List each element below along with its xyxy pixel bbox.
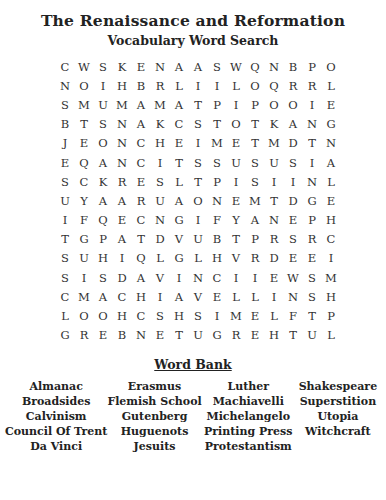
grid-cell[interactable]: R [227,326,246,345]
grid-cell[interactable]: R [303,230,322,249]
word-bank-item: Witchcraft [295,424,381,439]
grid-cell[interactable]: G [75,230,94,249]
grid-cell[interactable]: L [151,249,170,268]
grid-cell[interactable]: J [56,134,75,153]
grid-cell[interactable]: I [303,95,322,114]
word-bank-column: ErasmusFlemish SchoolGutenbergHuguenotsJ… [107,379,201,454]
grid-cell[interactable]: P [246,230,265,249]
grid-cell[interactable]: M [75,287,94,306]
grid-cell[interactable]: R [132,191,151,210]
grid-cell[interactable]: L [56,306,75,325]
grid-cell[interactable]: T [265,191,284,210]
grid-cell[interactable]: A [113,230,132,249]
grid-cell[interactable]: E [113,211,132,230]
grid-cell[interactable]: H [113,76,132,95]
grid-cell[interactable]: P [246,95,265,114]
grid-cell[interactable]: H [322,211,341,230]
grid-cell[interactable]: A [132,115,151,134]
grid-cell[interactable]: R [303,76,322,95]
grid-cell[interactable]: E [303,249,322,268]
grid-cell[interactable]: R [113,172,132,191]
grid-cell[interactable]: B [132,76,151,95]
grid-cell[interactable]: I [151,287,170,306]
word-bank-item: Gutenberg [107,409,201,424]
grid-cell[interactable]: P [303,57,322,76]
grid-cell[interactable]: H [170,306,189,325]
grid-cell[interactable]: N [113,134,132,153]
grid-cell[interactable]: T [75,115,94,134]
grid-cell[interactable]: T [246,134,265,153]
grid-cell[interactable]: U [227,153,246,172]
grid-cell[interactable]: L [170,172,189,191]
grid-cell[interactable]: S [189,153,208,172]
grid-cell[interactable]: S [94,57,113,76]
grid-cell[interactable]: I [303,153,322,172]
grid-cell[interactable]: E [94,326,113,345]
grid-cell[interactable]: S [189,306,208,325]
word-bank-item: Protestantism [202,439,295,454]
grid-cell[interactable]: N [322,134,341,153]
grid-cell[interactable]: V [170,230,189,249]
grid-cell[interactable]: T [246,115,265,134]
grid-cell[interactable]: C [56,57,75,76]
grid-cell[interactable]: L [170,76,189,95]
grid-cell[interactable]: Y [227,211,246,230]
grid-cell[interactable]: M [151,95,170,114]
word-bank-item: Superstition [295,394,381,409]
grid-cell[interactable]: L [227,76,246,95]
grid-cell[interactable]: N [208,191,227,210]
grid-cell[interactable]: C [75,172,94,191]
grid-cell[interactable]: C [56,287,75,306]
grid-cell[interactable]: R [265,230,284,249]
grid-cell[interactable]: V [151,268,170,287]
grid-cell[interactable]: I [75,268,94,287]
grid-cell[interactable]: W [227,57,246,76]
grid-cell[interactable]: F [284,306,303,325]
grid-cell[interactable]: P [208,95,227,114]
grid-cell[interactable]: B [56,115,75,134]
page-subtitle: Vocabulary Word Search [0,33,386,48]
grid-cell[interactable]: A [94,191,113,210]
grid-cell[interactable]: T [170,326,189,345]
grid-cell[interactable]: S [56,249,75,268]
grid-cell[interactable]: T [303,306,322,325]
word-bank-item: Utopia [295,409,381,424]
grid-cell[interactable]: O [75,306,94,325]
grid-cell[interactable]: N [265,211,284,230]
grid-cell[interactable]: S [94,115,113,134]
grid-cell[interactable]: S [151,172,170,191]
grid-cell[interactable]: N [113,115,132,134]
grid-cell[interactable]: I [208,306,227,325]
grid-cell[interactable]: N [265,57,284,76]
grid-cell[interactable]: E [322,95,341,114]
word-bank-item: Jesuits [107,439,201,454]
grid-cell[interactable]: V [227,249,246,268]
grid-cell[interactable]: I [265,172,284,191]
grid-cell[interactable]: E [284,249,303,268]
grid-cell[interactable]: B [284,57,303,76]
grid-cell[interactable]: C [132,306,151,325]
grid-cell[interactable]: S [94,268,113,287]
grid-cell[interactable]: O [227,115,246,134]
grid-cell[interactable]: D [113,268,132,287]
grid-cell[interactable]: W [75,57,94,76]
grid-cell[interactable]: E [227,134,246,153]
grid-cell[interactable]: M [265,134,284,153]
grid-cell[interactable]: A [170,191,189,210]
grid-cell[interactable]: I [227,268,246,287]
grid-cell[interactable]: H [265,326,284,345]
grid-cell[interactable]: N [56,76,75,95]
grid-cell[interactable]: E [265,268,284,287]
grid-cell[interactable]: I [170,268,189,287]
grid-cell[interactable]: C [170,115,189,134]
grid-cell[interactable]: A [246,211,265,230]
grid-cell[interactable]: C [113,287,132,306]
grid-cell[interactable]: U [189,230,208,249]
grid-cell[interactable]: E [227,191,246,210]
grid-cell[interactable]: R [284,76,303,95]
grid-cell[interactable]: I [94,76,113,95]
word-bank-item: Luther [202,379,295,394]
word-bank-column: LutherMachiavelliMichelangeloPrinting Pr… [202,379,295,454]
grid-cell[interactable]: D [265,249,284,268]
grid-cell[interactable]: L [189,249,208,268]
grid-cell[interactable]: Q [246,57,265,76]
grid-cell[interactable]: E [246,306,265,325]
grid-cell[interactable]: N [189,268,208,287]
grid-cell[interactable]: C [132,211,151,230]
grid-cell[interactable]: C [322,230,341,249]
grid-cell[interactable]: S [303,287,322,306]
word-bank-item: Da Vinci [5,439,107,454]
grid-cell[interactable]: S [208,153,227,172]
grid-cell[interactable]: N [151,211,170,230]
grid-cell[interactable]: I [189,211,208,230]
grid-cell[interactable]: O [189,191,208,210]
grid-cell[interactable]: B [208,230,227,249]
grid-cell[interactable]: I [322,249,341,268]
grid-cell[interactable]: N [303,172,322,191]
grid-cell[interactable]: M [75,95,94,114]
grid-cell[interactable]: Q [132,249,151,268]
grid-cell[interactable]: O [75,76,94,95]
grid-cell[interactable]: T [132,230,151,249]
word-bank-item: Shakespeare [295,379,381,394]
word-bank-item: Erasmus [107,379,201,394]
grid-cell[interactable]: T [189,95,208,114]
word-bank-item: Michelangelo [202,409,295,424]
grid-cell[interactable]: U [151,191,170,210]
grid-cell[interactable]: O [246,76,265,95]
grid-cell[interactable]: P [94,230,113,249]
grid-cell[interactable]: I [113,249,132,268]
word-bank-item: Calvinism [5,409,107,424]
grid-cell[interactable]: A [94,153,113,172]
grid-cell[interactable]: M [227,306,246,325]
word-bank-item: Flemish School [107,394,201,409]
grid-cell[interactable]: F [208,211,227,230]
word-bank-column: AlmanacBroadsidesCalvinismCouncil Of Tre… [5,379,107,454]
grid-cell[interactable]: O [94,306,113,325]
word-bank: AlmanacBroadsidesCalvinismCouncil Of Tre… [5,379,381,454]
grid-cell[interactable]: N [132,326,151,345]
grid-cell[interactable]: S [56,268,75,287]
grid-cell[interactable]: I [227,95,246,114]
grid-cell[interactable]: U [94,95,113,114]
grid-cell[interactable]: H [151,134,170,153]
grid-cell[interactable]: Q [265,76,284,95]
grid-cell[interactable]: I [246,268,265,287]
grid-cell[interactable]: S [246,153,265,172]
grid-cell[interactable]: K [113,57,132,76]
word-bank-heading: Word Bank [0,357,386,372]
grid-cell[interactable]: O [284,95,303,114]
grid-cell[interactable]: U [56,191,75,210]
grid-cell[interactable]: T [56,230,75,249]
grid-cell[interactable]: O [265,95,284,114]
grid-cell[interactable]: M [246,191,265,210]
grid-cell[interactable]: A [284,115,303,134]
grid-cell[interactable]: Y [75,191,94,210]
grid-cell[interactable]: O [94,134,113,153]
grid-cell[interactable]: I [151,153,170,172]
grid-cell[interactable]: S [284,153,303,172]
grid-cell[interactable]: C [132,153,151,172]
grid-cell[interactable]: L [322,172,341,191]
grid-cell[interactable]: S [246,172,265,191]
grid-cell[interactable]: S [303,268,322,287]
worksheet-page: The Renaissance and Reformation Vocabula… [0,0,386,500]
grid-cell[interactable]: K [151,115,170,134]
grid-cell[interactable]: H [94,249,113,268]
grid-cell[interactable]: S [284,230,303,249]
grid-cell[interactable]: G [170,211,189,230]
word-bank-item: Almanac [5,379,107,394]
grid-cell[interactable]: S [189,115,208,134]
grid-cell[interactable]: E [75,134,94,153]
grid-cell[interactable]: K [94,172,113,191]
grid-cell[interactable]: A [170,287,189,306]
grid-cell[interactable]: W [284,268,303,287]
grid-cell[interactable]: M [322,268,341,287]
grid-cell[interactable]: T [303,134,322,153]
word-bank-item: Huguenots [107,424,201,439]
grid-cell[interactable]: Q [94,211,113,230]
grid-cell[interactable]: U [303,326,322,345]
grid-cell[interactable]: S [208,57,227,76]
grid-cell[interactable]: E [132,172,151,191]
grid-cell[interactable]: F [75,211,94,230]
grid-cell[interactable]: C [208,268,227,287]
grid-cell[interactable]: E [170,134,189,153]
grid-cell[interactable]: C [132,134,151,153]
grid-cell[interactable]: P [322,306,341,325]
grid-cell[interactable]: E [208,287,227,306]
word-bank-item: Council Of Trent [5,424,107,439]
grid-cell[interactable]: I [208,76,227,95]
grid-cell[interactable]: P [208,172,227,191]
grid-cell[interactable]: A [113,191,132,210]
word-search-grid: CWSKENAASWQNBPONOIHBRLIILOQRRLSMUMAMATPI… [56,57,341,345]
grid-cell[interactable]: G [56,326,75,345]
grid-cell[interactable]: G [303,191,322,210]
grid-cell[interactable]: U [189,326,208,345]
grid-cell[interactable]: S [56,95,75,114]
grid-cell[interactable]: M [113,95,132,114]
grid-cell[interactable]: L [322,76,341,95]
word-bank-item: Machiavelli [202,394,295,409]
grid-cell[interactable]: E [284,211,303,230]
grid-cell[interactable]: A [94,287,113,306]
grid-cell[interactable]: O [322,57,341,76]
page-title: The Renaissance and Reformation [0,0,386,30]
grid-cell[interactable]: L [265,306,284,325]
grid-cell[interactable]: A [170,57,189,76]
grid-cell[interactable]: E [132,57,151,76]
grid-cell[interactable]: E [151,326,170,345]
word-bank-section: Word Bank AlmanacBroadsidesCalvinismCoun… [0,357,386,454]
grid-cell[interactable]: A [170,95,189,114]
grid-cell[interactable]: B [113,326,132,345]
grid-cell[interactable]: I [56,211,75,230]
grid-cell[interactable]: E [246,326,265,345]
grid-cell[interactable]: N [151,57,170,76]
grid-cell[interactable]: L [227,287,246,306]
grid-cell[interactable]: I [227,172,246,191]
grid-cell[interactable]: R [246,249,265,268]
grid-cell[interactable]: E [322,191,341,210]
grid-cell[interactable]: P [303,211,322,230]
grid-cell[interactable]: N [284,287,303,306]
grid-cell[interactable]: R [75,326,94,345]
grid-cell[interactable]: D [284,191,303,210]
grid-cell[interactable]: T [170,153,189,172]
grid-cell[interactable]: E [56,153,75,172]
grid-cell[interactable]: H [322,287,341,306]
grid-cell[interactable]: T [189,172,208,191]
word-bank-item: Printing Press [202,424,295,439]
grid-cell[interactable]: D [151,230,170,249]
grid-cell[interactable]: I [265,287,284,306]
grid-cell[interactable]: M [208,134,227,153]
grid-cell[interactable]: A [132,95,151,114]
grid-cell[interactable]: I [189,134,208,153]
grid-cell[interactable]: T [208,115,227,134]
grid-cell[interactable]: N [303,115,322,134]
grid-cell[interactable]: I [189,76,208,95]
grid-cell[interactable]: H [113,306,132,325]
grid-cell[interactable]: V [189,287,208,306]
grid-cell[interactable]: N [113,153,132,172]
grid-cell[interactable]: A [322,153,341,172]
grid-cell[interactable]: L [322,326,341,345]
grid-cell[interactable]: R [151,76,170,95]
grid-cell[interactable]: D [284,134,303,153]
grid-cell[interactable]: H [132,287,151,306]
grid-cell[interactable]: K [265,115,284,134]
grid-cell[interactable]: Q [75,153,94,172]
grid-cell[interactable]: L [246,287,265,306]
grid-cell[interactable]: I [284,172,303,191]
grid-cell[interactable]: T [284,326,303,345]
grid-cell[interactable]: G [170,249,189,268]
grid-cell[interactable]: S [151,306,170,325]
grid-cell[interactable]: G [322,115,341,134]
word-bank-item: Broadsides [5,394,107,409]
word-bank-column: ShakespeareSuperstitionUtopiaWitchcraft [295,379,381,454]
grid-cell[interactable]: U [265,153,284,172]
grid-cell[interactable]: S [56,172,75,191]
grid-cell[interactable]: A [189,57,208,76]
grid-cell[interactable]: T [227,230,246,249]
grid-cell[interactable]: H [208,249,227,268]
grid-cell[interactable]: A [132,268,151,287]
grid-cell[interactable]: G [208,326,227,345]
grid-cell[interactable]: U [75,249,94,268]
